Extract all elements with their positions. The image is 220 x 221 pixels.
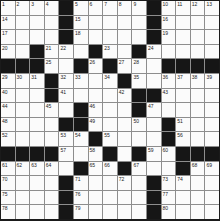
grid-cell[interactable] [147, 59, 161, 73]
grid-cell[interactable]: 79 [74, 205, 88, 219]
clue-number: 68 [192, 162, 198, 168]
grid-cell[interactable]: 5 [74, 1, 88, 15]
grid-cell[interactable]: 18 [74, 30, 88, 44]
grid-cell[interactable] [191, 103, 205, 117]
blocked-cell [162, 132, 176, 146]
grid-cell[interactable] [205, 30, 219, 44]
blocked-cell [1, 147, 15, 161]
grid-cell[interactable]: 41 [59, 89, 73, 103]
grid-cell[interactable]: 8 [118, 1, 132, 15]
clue-number: 2 [17, 1, 20, 7]
blocked-cell [89, 45, 103, 59]
clue-number: 3 [31, 1, 34, 7]
blocked-cell [45, 74, 59, 88]
clue-number: 41 [60, 89, 66, 95]
blocked-cell [147, 89, 161, 103]
grid-cell[interactable]: 20 [1, 45, 15, 59]
grid-cell[interactable]: 45 [45, 103, 59, 117]
clue-number: 56 [177, 132, 183, 138]
grid-cell[interactable]: 4 [45, 1, 59, 15]
blocked-cell [176, 162, 190, 176]
clue-number: 51 [177, 118, 183, 124]
grid-cell[interactable] [205, 89, 219, 103]
grid-cell[interactable]: 32 [59, 74, 73, 88]
grid-cell[interactable]: 13 [205, 1, 219, 15]
grid-cell[interactable]: 22 [59, 45, 73, 59]
clue-number: 26 [90, 59, 96, 65]
clue-number: 72 [119, 176, 125, 182]
grid-cell[interactable] [30, 132, 44, 146]
grid-cell[interactable] [176, 45, 190, 59]
grid-cell[interactable]: 43 [162, 89, 176, 103]
grid-cell[interactable]: 66 [103, 162, 117, 176]
grid-cell[interactable] [16, 45, 30, 59]
grid-cell[interactable]: 49 [89, 118, 103, 132]
clue-number: 80 [163, 205, 169, 211]
grid-cell[interactable] [147, 132, 161, 146]
grid-cell[interactable] [59, 59, 73, 73]
grid-cell[interactable]: 69 [205, 162, 219, 176]
grid-cell[interactable]: 72 [118, 176, 132, 190]
grid-cell[interactable] [205, 118, 219, 132]
grid-cell[interactable]: 64 [45, 162, 59, 176]
clue-number: 43 [163, 89, 169, 95]
grid-cell[interactable] [30, 205, 44, 219]
grid-cell[interactable] [132, 132, 146, 146]
clue-number: 37 [177, 74, 183, 80]
grid-cell[interactable] [16, 176, 30, 190]
blocked-cell [74, 59, 88, 73]
blocked-cell [30, 147, 44, 161]
grid-cell[interactable] [16, 30, 30, 44]
grid-cell[interactable]: 52 [1, 132, 15, 146]
grid-cell[interactable] [176, 103, 190, 117]
grid-cell[interactable]: 55 [103, 132, 117, 146]
clue-number: 22 [60, 45, 66, 51]
grid-cell[interactable] [132, 176, 146, 190]
clue-number: 19 [163, 30, 169, 36]
grid-cell[interactable] [59, 162, 73, 176]
grid-cell[interactable]: 67 [132, 162, 146, 176]
blocked-cell [74, 162, 88, 176]
grid-cell[interactable] [132, 16, 146, 30]
blocked-cell [147, 191, 161, 205]
blocked-cell [147, 205, 161, 219]
clue-number: 27 [119, 59, 125, 65]
grid-cell[interactable] [16, 191, 30, 205]
grid-cell[interactable] [45, 191, 59, 205]
grid-cell[interactable] [30, 16, 44, 30]
clue-number: 14 [2, 16, 8, 22]
grid-cell[interactable]: 47 [147, 103, 161, 117]
grid-cell[interactable]: 48 [1, 118, 15, 132]
clue-number: 7 [104, 1, 107, 7]
clue-number: 75 [2, 191, 8, 197]
blocked-cell [89, 132, 103, 146]
grid-cell[interactable] [89, 74, 103, 88]
clue-number: 70 [2, 176, 8, 182]
clue-number: 71 [75, 176, 81, 182]
clue-number: 62 [17, 162, 23, 168]
grid-cell[interactable] [162, 103, 176, 117]
grid-cell[interactable] [45, 176, 59, 190]
grid-cell[interactable] [118, 147, 132, 161]
grid-cell[interactable] [16, 89, 30, 103]
blocked-cell [59, 205, 73, 219]
grid-cell[interactable]: 51 [176, 118, 190, 132]
grid-cell[interactable] [205, 16, 219, 30]
grid-cell[interactable] [45, 205, 59, 219]
grid-cell[interactable]: 73 [162, 176, 176, 190]
grid-cell[interactable]: 14 [1, 16, 15, 30]
grid-cell[interactable] [118, 30, 132, 44]
grid-cell[interactable] [205, 205, 219, 219]
grid-cell[interactable] [176, 30, 190, 44]
grid-cell[interactable] [89, 30, 103, 44]
grid-cell[interactable] [89, 16, 103, 30]
clue-number: 76 [75, 191, 81, 197]
grid-cell[interactable] [103, 205, 117, 219]
clue-number: 52 [2, 132, 8, 138]
clue-number: 74 [177, 176, 183, 182]
grid-cell[interactable] [147, 118, 161, 132]
grid-cell[interactable] [191, 132, 205, 146]
clue-number: 58 [90, 147, 96, 153]
grid-cell[interactable] [103, 16, 117, 30]
grid-cell[interactable] [30, 176, 44, 190]
clue-number: 28 [133, 59, 139, 65]
grid-cell[interactable]: 63 [30, 162, 44, 176]
grid-cell[interactable]: 59 [147, 147, 161, 161]
blocked-cell [132, 147, 146, 161]
blocked-cell [118, 162, 132, 176]
grid-cell[interactable]: 23 [103, 45, 117, 59]
grid-cell[interactable] [205, 45, 219, 59]
grid-cell[interactable]: 46 [89, 103, 103, 117]
blocked-cell [147, 16, 161, 30]
clue-number: 65 [90, 162, 96, 168]
grid-cell[interactable]: 17 [1, 30, 15, 44]
clue-number: 21 [46, 45, 52, 51]
grid-cell[interactable] [191, 205, 205, 219]
grid-cell[interactable] [45, 132, 59, 146]
grid-cell[interactable]: 38 [191, 74, 205, 88]
grid-cell[interactable] [191, 118, 205, 132]
clue-number: 20 [2, 45, 8, 51]
blocked-cell [103, 59, 117, 73]
grid-cell[interactable] [118, 16, 132, 30]
grid-cell[interactable]: 76 [74, 191, 88, 205]
grid-cell[interactable] [74, 147, 88, 161]
grid-cell[interactable] [103, 30, 117, 44]
grid-cell[interactable] [118, 191, 132, 205]
clue-number: 30 [17, 74, 23, 80]
grid-cell[interactable] [191, 30, 205, 44]
grid-cell[interactable] [118, 118, 132, 132]
clue-number: 6 [90, 1, 93, 7]
clue-number: 4 [46, 1, 49, 7]
blocked-cell [30, 45, 44, 59]
grid-cell[interactable]: 24 [147, 45, 161, 59]
grid-cell[interactable] [16, 118, 30, 132]
clue-number: 47 [148, 103, 154, 109]
grid-cell[interactable]: 16 [162, 16, 176, 30]
grid-cell[interactable] [103, 89, 117, 103]
blocked-cell [59, 176, 73, 190]
blocked-cell [45, 89, 59, 103]
grid-cell[interactable] [176, 191, 190, 205]
grid-cell[interactable] [205, 103, 219, 117]
grid-cell[interactable] [16, 16, 30, 30]
grid-cell[interactable]: 53 [59, 132, 73, 146]
grid-cell[interactable]: 27 [118, 59, 132, 73]
grid-cell[interactable]: 33 [74, 74, 88, 88]
clue-number: 73 [163, 176, 169, 182]
grid-cell[interactable] [45, 30, 59, 44]
grid-cell[interactable] [118, 132, 132, 146]
grid-cell[interactable]: 10 [162, 1, 176, 15]
grid-cell[interactable]: 26 [89, 59, 103, 73]
blocked-cell [162, 118, 176, 132]
blocked-cell [205, 59, 219, 73]
grid-cell[interactable] [176, 16, 190, 30]
clue-number: 57 [60, 147, 66, 153]
grid-cell[interactable]: 80 [162, 205, 176, 219]
blocked-cell [59, 16, 73, 30]
clue-number: 50 [133, 118, 139, 124]
blocked-cell [103, 147, 117, 161]
grid-cell[interactable] [45, 16, 59, 30]
grid-cell[interactable]: 1 [1, 1, 15, 15]
grid-cell[interactable]: 21 [45, 45, 59, 59]
grid-cell[interactable]: 70 [1, 176, 15, 190]
clue-number: 12 [192, 1, 198, 7]
grid-cell[interactable]: 31 [30, 74, 44, 88]
clue-number: 46 [90, 103, 96, 109]
grid-cell[interactable]: 28 [132, 59, 146, 73]
grid-cell[interactable]: 19 [162, 30, 176, 44]
clue-number: 48 [2, 118, 8, 124]
grid-cell[interactable] [191, 16, 205, 30]
grid-cell[interactable]: 56 [176, 132, 190, 146]
grid-cell[interactable] [147, 74, 161, 88]
clue-number: 10 [163, 1, 169, 7]
grid-cell[interactable]: 74 [176, 176, 190, 190]
blocked-cell [118, 74, 132, 88]
blocked-cell [59, 1, 73, 15]
grid-cell[interactable]: 77 [162, 191, 176, 205]
blocked-cell [132, 103, 146, 117]
grid-cell[interactable] [59, 103, 73, 117]
clue-number: 25 [46, 59, 52, 65]
clue-number: 59 [148, 147, 154, 153]
grid-cell[interactable]: 54 [74, 132, 88, 146]
clue-number: 9 [133, 1, 136, 7]
blocked-cell [30, 59, 44, 73]
clue-number: 69 [206, 162, 212, 168]
grid-cell[interactable]: 15 [74, 16, 88, 30]
blocked-cell [59, 30, 73, 44]
grid-cell[interactable]: 36 [162, 74, 176, 88]
grid-cell[interactable] [103, 103, 117, 117]
grid-cell[interactable] [30, 30, 44, 44]
grid-cell[interactable]: 12 [191, 1, 205, 15]
grid-cell[interactable] [89, 89, 103, 103]
grid-cell[interactable] [30, 118, 44, 132]
grid-cell[interactable]: 6 [89, 1, 103, 15]
blocked-cell [147, 30, 161, 44]
clue-number: 31 [31, 74, 37, 80]
clue-number: 39 [206, 74, 212, 80]
grid-cell[interactable] [191, 191, 205, 205]
clue-number: 63 [31, 162, 37, 168]
grid-cell[interactable]: 9 [132, 1, 146, 15]
clue-number: 42 [119, 89, 125, 95]
grid-cell[interactable]: 7 [103, 1, 117, 15]
blocked-cell [59, 118, 73, 132]
grid-cell[interactable]: 68 [191, 162, 205, 176]
clue-number: 24 [148, 45, 154, 51]
clue-number: 34 [104, 74, 110, 80]
crossword-grid: 1234567891011121314151617181920212223242… [0, 0, 220, 221]
clue-number: 11 [177, 1, 182, 7]
grid-cell[interactable]: 71 [74, 176, 88, 190]
clue-number: 53 [60, 132, 66, 138]
grid-cell[interactable] [132, 191, 146, 205]
grid-cell[interactable] [89, 176, 103, 190]
blocked-cell [132, 45, 146, 59]
grid-cell[interactable]: 62 [16, 162, 30, 176]
grid-cell[interactable] [103, 118, 117, 132]
grid-cell[interactable] [118, 103, 132, 117]
blocked-cell [191, 59, 205, 73]
grid-cell[interactable]: 2 [16, 1, 30, 15]
grid-cell[interactable]: 30 [16, 74, 30, 88]
clue-number: 13 [206, 1, 212, 7]
blocked-cell [176, 147, 190, 161]
grid-cell[interactable]: 57 [59, 147, 73, 161]
grid-cell[interactable]: 78 [1, 205, 15, 219]
clue-number: 5 [75, 1, 78, 7]
grid-cell[interactable] [103, 176, 117, 190]
clue-number: 15 [75, 16, 81, 22]
clue-number: 44 [2, 103, 8, 109]
blocked-cell [132, 89, 146, 103]
grid-cell[interactable]: 61 [1, 162, 15, 176]
grid-cell[interactable] [89, 191, 103, 205]
grid-cell[interactable] [191, 176, 205, 190]
grid-cell[interactable]: 35 [132, 74, 146, 88]
clue-number: 79 [75, 205, 81, 211]
blocked-cell [74, 103, 88, 117]
clue-number: 66 [104, 162, 110, 168]
clue-number: 18 [75, 30, 81, 36]
clue-number: 67 [133, 162, 139, 168]
grid-cell[interactable]: 3 [30, 1, 44, 15]
clue-number: 29 [2, 74, 8, 80]
clue-number: 32 [60, 74, 66, 80]
grid-cell[interactable]: 11 [176, 1, 190, 15]
grid-cell[interactable]: 50 [132, 118, 146, 132]
grid-cell[interactable] [132, 30, 146, 44]
clue-number: 61 [2, 162, 8, 168]
grid-cell[interactable] [74, 45, 88, 59]
grid-cell[interactable] [30, 89, 44, 103]
clue-number: 45 [46, 103, 52, 109]
grid-cell[interactable]: 60 [162, 147, 176, 161]
grid-cell[interactable]: 65 [89, 162, 103, 176]
grid-cell[interactable] [205, 132, 219, 146]
blocked-cell [1, 59, 15, 73]
grid-cell[interactable]: 29 [1, 74, 15, 88]
blocked-cell [191, 147, 205, 161]
grid-cell[interactable] [16, 205, 30, 219]
grid-cell[interactable] [162, 162, 176, 176]
grid-cell[interactable]: 75 [1, 191, 15, 205]
clue-number: 55 [104, 132, 110, 138]
grid-cell[interactable] [162, 45, 176, 59]
grid-cell[interactable] [103, 191, 117, 205]
clue-number: 54 [75, 132, 81, 138]
clue-number: 23 [104, 45, 110, 51]
clue-number: 33 [75, 74, 81, 80]
grid-cell[interactable] [191, 89, 205, 103]
clue-number: 60 [163, 147, 169, 153]
clue-number: 77 [163, 191, 169, 197]
grid-cell[interactable] [118, 205, 132, 219]
grid-cell[interactable] [30, 191, 44, 205]
grid-cell[interactable] [74, 89, 88, 103]
grid-cell[interactable] [16, 103, 30, 117]
grid-cell[interactable]: 25 [45, 59, 59, 73]
grid-cell[interactable] [147, 162, 161, 176]
grid-cell[interactable]: 58 [89, 147, 103, 161]
grid-cell[interactable] [205, 176, 219, 190]
grid-cell[interactable] [30, 103, 44, 117]
grid-cell[interactable] [118, 45, 132, 59]
grid-cell[interactable]: 42 [118, 89, 132, 103]
blocked-cell [162, 59, 176, 73]
blocked-cell [176, 59, 190, 73]
clue-number: 64 [46, 162, 52, 168]
blocked-cell [16, 147, 30, 161]
grid-cell[interactable] [89, 205, 103, 219]
clue-number: 35 [133, 74, 139, 80]
blocked-cell [74, 118, 88, 132]
grid-cell[interactable]: 40 [1, 89, 15, 103]
grid-cell[interactable] [16, 132, 30, 146]
grid-cell[interactable] [132, 205, 146, 219]
clue-number: 40 [2, 89, 8, 95]
clue-number: 49 [90, 118, 96, 124]
grid-cell[interactable]: 37 [176, 74, 190, 88]
clue-number: 1 [2, 1, 5, 7]
blocked-cell [205, 147, 219, 161]
blocked-cell [45, 147, 59, 161]
grid-cell[interactable] [176, 89, 190, 103]
grid-cell[interactable] [45, 118, 59, 132]
grid-cell[interactable] [176, 205, 190, 219]
clue-number: 38 [192, 74, 198, 80]
grid-cell[interactable] [191, 45, 205, 59]
clue-number: 78 [2, 205, 8, 211]
blocked-cell [16, 59, 30, 73]
grid-cell[interactable]: 39 [205, 74, 219, 88]
grid-cell[interactable] [205, 191, 219, 205]
crossword-puzzle: 1234567891011121314151617181920212223242… [0, 0, 220, 221]
grid-cell[interactable]: 44 [1, 103, 15, 117]
grid-cell[interactable]: 34 [103, 74, 117, 88]
